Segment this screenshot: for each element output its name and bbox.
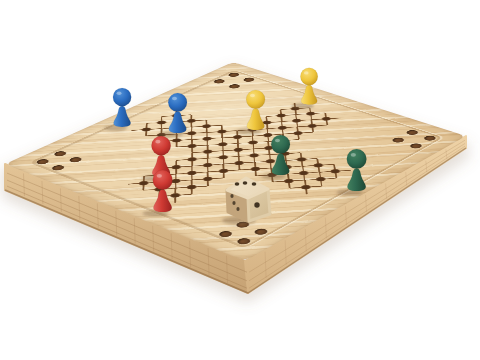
pieces-layer (0, 0, 480, 360)
pawn-body (272, 153, 289, 175)
pawn-body (154, 189, 172, 212)
pawn-highlight (351, 153, 356, 157)
pawn-highlight (116, 92, 121, 95)
pawn-highlight (250, 94, 255, 98)
pawn-blue-2[interactable] (158, 91, 193, 140)
pawn-yellow-2[interactable] (291, 66, 324, 111)
pawn-highlight (155, 140, 160, 144)
pawn-head (347, 149, 367, 169)
die-pip (252, 182, 257, 186)
pawn-head (153, 170, 173, 190)
pawn-head (169, 93, 188, 112)
pawn-body (247, 108, 264, 130)
pawn-green-2[interactable] (336, 147, 373, 199)
die-pip (243, 181, 248, 185)
pawn-head (272, 135, 291, 154)
pawn-highlight (157, 174, 162, 178)
photo-stage (0, 0, 480, 360)
pawn-body (301, 85, 317, 105)
die-pip (232, 201, 235, 205)
die-pip (235, 182, 240, 186)
pawn-head (151, 136, 170, 155)
pawn-red-2[interactable] (142, 168, 179, 220)
pawn-body (113, 106, 130, 127)
die-pip (254, 202, 259, 207)
pawn-head (247, 90, 266, 109)
die[interactable] (224, 174, 274, 226)
die-pip (236, 207, 239, 211)
pawn-yellow-1[interactable] (236, 88, 271, 137)
pawn-head (113, 88, 131, 106)
pawn-head (300, 68, 317, 85)
pawn-body (169, 111, 186, 133)
pawn-highlight (304, 71, 309, 74)
die-pip (230, 194, 233, 198)
pawn-highlight (275, 139, 280, 143)
pawn-blue-1[interactable] (103, 86, 137, 134)
pawn-body (348, 168, 366, 191)
pawn-highlight (172, 97, 177, 101)
